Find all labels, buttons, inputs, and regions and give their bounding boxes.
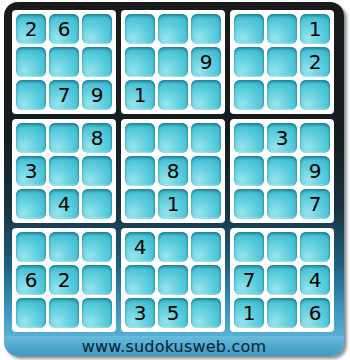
cell-r1c8[interactable] [267, 14, 297, 44]
cell-r6c1[interactable] [16, 189, 46, 219]
cell-r5c4[interactable] [125, 156, 155, 186]
cell-r9c6[interactable] [191, 298, 221, 328]
cell-r7c9[interactable] [300, 232, 330, 262]
cell-r6c9[interactable]: 7 [300, 189, 330, 219]
cell-r1c2[interactable]: 6 [49, 14, 79, 44]
cell-r5c8[interactable] [267, 156, 297, 186]
cell-r3c9[interactable] [300, 80, 330, 110]
cell-r5c5[interactable]: 8 [158, 156, 188, 186]
cell-r5c3[interactable] [82, 156, 112, 186]
cell-r8c1[interactable]: 6 [16, 265, 46, 295]
cell-r4c6[interactable] [191, 123, 221, 153]
cell-r8c2[interactable]: 2 [49, 265, 79, 295]
cell-r9c9[interactable]: 6 [300, 298, 330, 328]
cell-r6c6[interactable] [191, 189, 221, 219]
cell-r6c2[interactable]: 4 [49, 189, 79, 219]
cell-r5c9[interactable]: 9 [300, 156, 330, 186]
box-1-3: 12 [230, 10, 334, 114]
cell-r6c8[interactable] [267, 189, 297, 219]
cell-r9c8[interactable] [267, 298, 297, 328]
cell-r2c4[interactable] [125, 47, 155, 77]
cell-r7c8[interactable] [267, 232, 297, 262]
cell-r5c2[interactable] [49, 156, 79, 186]
cell-r1c9[interactable]: 1 [300, 14, 330, 44]
cell-r1c6[interactable] [191, 14, 221, 44]
box-1-2: 91 [121, 10, 225, 114]
box-3-2: 435 [121, 228, 225, 332]
cell-r2c6[interactable]: 9 [191, 47, 221, 77]
cell-r8c3[interactable] [82, 265, 112, 295]
cell-r8c6[interactable] [191, 265, 221, 295]
cell-r2c5[interactable] [158, 47, 188, 77]
cell-r3c3[interactable]: 9 [82, 80, 112, 110]
cell-r4c1[interactable] [16, 123, 46, 153]
cell-r6c7[interactable] [234, 189, 264, 219]
cell-r9c2[interactable] [49, 298, 79, 328]
cell-r7c2[interactable] [49, 232, 79, 262]
cell-r4c9[interactable] [300, 123, 330, 153]
cell-r1c4[interactable] [125, 14, 155, 44]
cell-r1c3[interactable] [82, 14, 112, 44]
cell-r3c2[interactable]: 7 [49, 80, 79, 110]
cell-r9c5[interactable]: 5 [158, 298, 188, 328]
cell-r1c5[interactable] [158, 14, 188, 44]
website-url: www.sudokusweb.com [4, 336, 344, 356]
cell-r2c3[interactable] [82, 47, 112, 77]
cell-r6c5[interactable]: 1 [158, 189, 188, 219]
cell-r1c1[interactable]: 2 [16, 14, 46, 44]
cell-r2c8[interactable] [267, 47, 297, 77]
cell-r4c7[interactable] [234, 123, 264, 153]
box-3-3: 7416 [230, 228, 334, 332]
sudoku-board: 2679911283481397624357416 www.sudokusweb… [4, 2, 344, 356]
cell-r3c8[interactable] [267, 80, 297, 110]
cell-r7c3[interactable] [82, 232, 112, 262]
cell-r9c1[interactable] [16, 298, 46, 328]
box-2-2: 81 [121, 119, 225, 223]
cell-r9c3[interactable] [82, 298, 112, 328]
cell-r5c6[interactable] [191, 156, 221, 186]
cell-r6c4[interactable] [125, 189, 155, 219]
cell-r4c4[interactable] [125, 123, 155, 153]
cell-r2c9[interactable]: 2 [300, 47, 330, 77]
cell-r6c3[interactable] [82, 189, 112, 219]
cell-r3c7[interactable] [234, 80, 264, 110]
box-3-1: 62 [12, 228, 116, 332]
cell-r8c7[interactable]: 7 [234, 265, 264, 295]
cell-r5c7[interactable] [234, 156, 264, 186]
cell-r7c7[interactable] [234, 232, 264, 262]
sudoku-grid: 2679911283481397624357416 [12, 10, 336, 332]
cell-r7c5[interactable] [158, 232, 188, 262]
cell-r2c7[interactable] [234, 47, 264, 77]
cell-r8c9[interactable]: 4 [300, 265, 330, 295]
cell-r7c4[interactable]: 4 [125, 232, 155, 262]
cell-r8c5[interactable] [158, 265, 188, 295]
box-1-1: 2679 [12, 10, 116, 114]
cell-r9c4[interactable]: 3 [125, 298, 155, 328]
cell-r7c6[interactable] [191, 232, 221, 262]
cell-r1c7[interactable] [234, 14, 264, 44]
box-2-3: 397 [230, 119, 334, 223]
cell-r3c5[interactable] [158, 80, 188, 110]
cell-r9c7[interactable]: 1 [234, 298, 264, 328]
cell-r7c1[interactable] [16, 232, 46, 262]
cell-r3c6[interactable] [191, 80, 221, 110]
cell-r3c4[interactable]: 1 [125, 80, 155, 110]
cell-r8c8[interactable] [267, 265, 297, 295]
cell-r2c2[interactable] [49, 47, 79, 77]
box-2-1: 834 [12, 119, 116, 223]
cell-r5c1[interactable]: 3 [16, 156, 46, 186]
cell-r4c8[interactable]: 3 [267, 123, 297, 153]
cell-r8c4[interactable] [125, 265, 155, 295]
cell-r4c2[interactable] [49, 123, 79, 153]
cell-r4c5[interactable] [158, 123, 188, 153]
cell-r2c1[interactable] [16, 47, 46, 77]
cell-r4c3[interactable]: 8 [82, 123, 112, 153]
cell-r3c1[interactable] [16, 80, 46, 110]
